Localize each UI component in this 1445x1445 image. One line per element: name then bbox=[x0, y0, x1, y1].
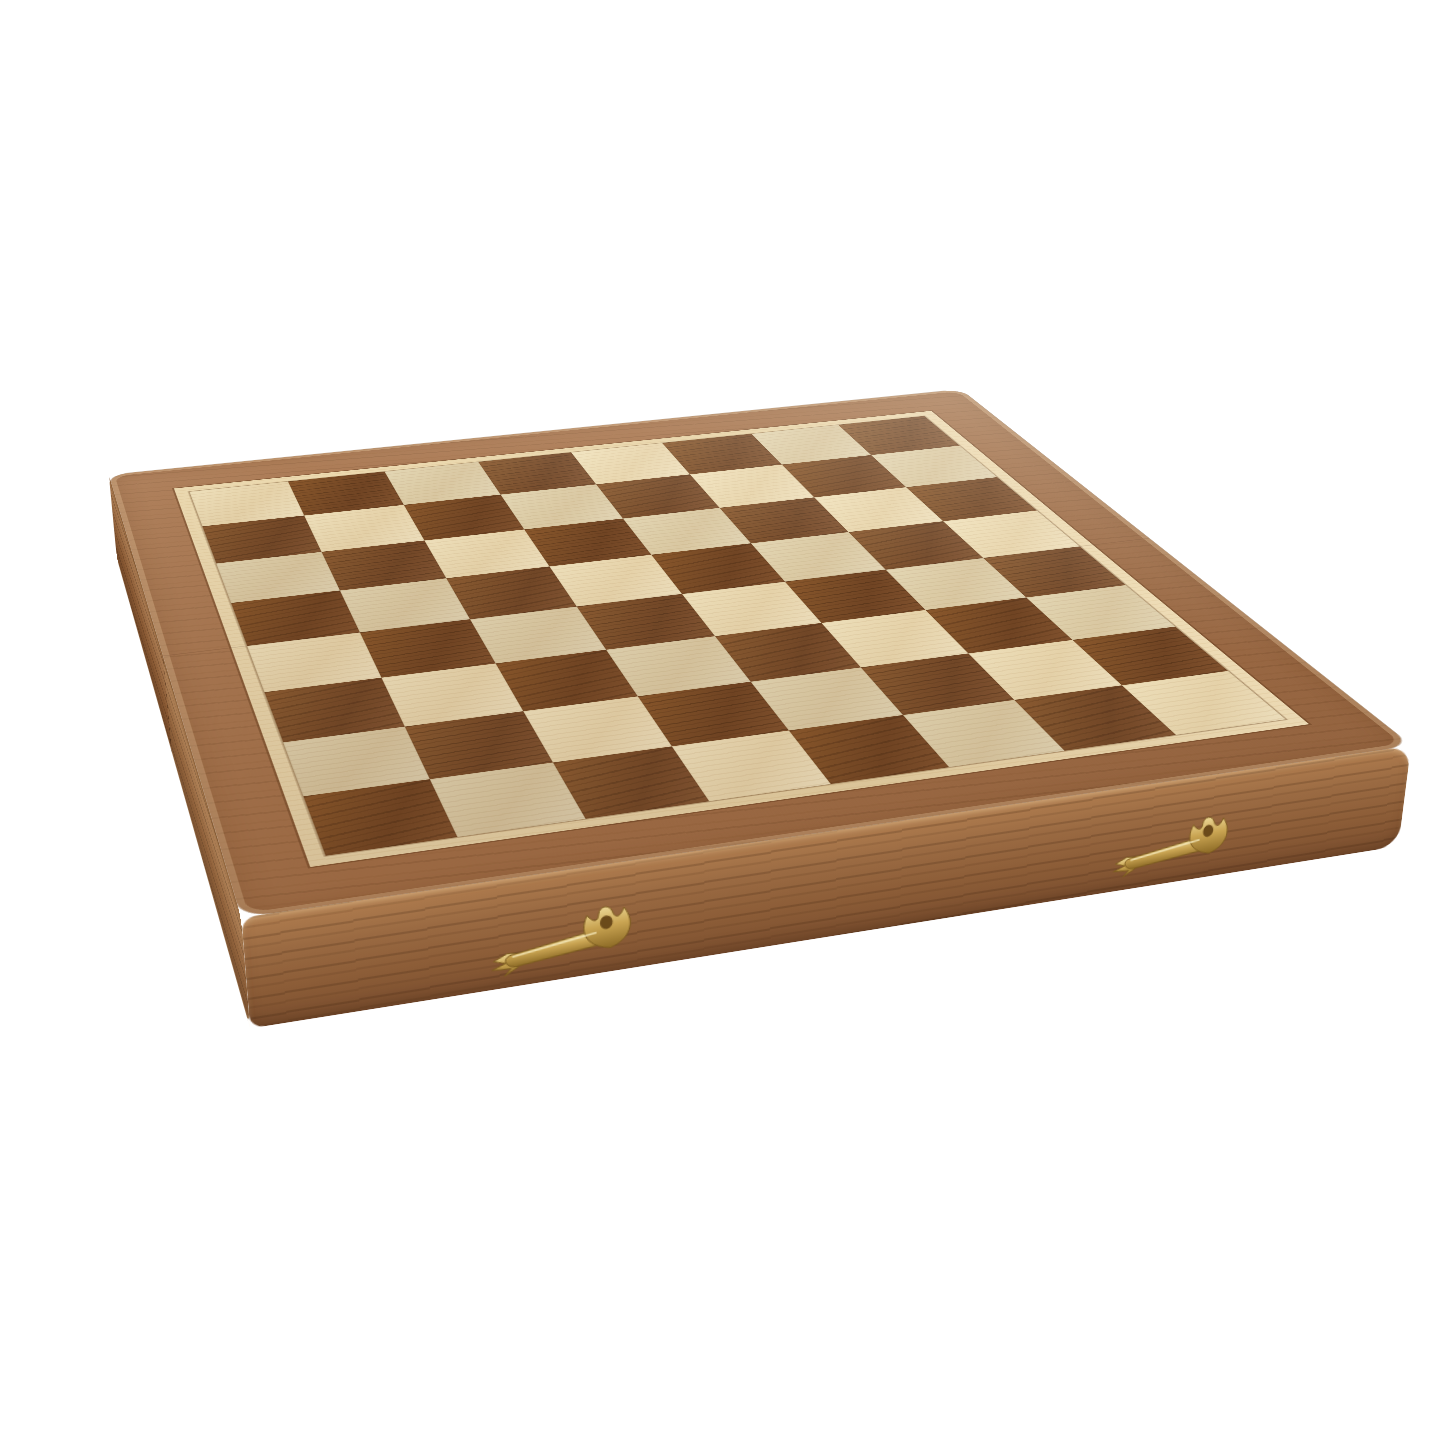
chess-board-3d bbox=[113, 428, 1405, 973]
brass-clasp-left bbox=[485, 895, 641, 987]
brass-clasp-right bbox=[1111, 807, 1235, 886]
product-photo-stage bbox=[0, 0, 1445, 1445]
